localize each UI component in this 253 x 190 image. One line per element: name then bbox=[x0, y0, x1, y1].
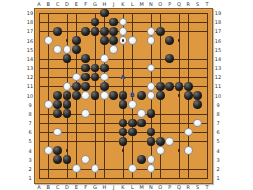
black-stone-E10[interactable] bbox=[72, 91, 81, 100]
intersection-Q19[interactable] bbox=[174, 8, 183, 17]
black-stone-N8[interactable] bbox=[147, 109, 156, 118]
intersection-Q10[interactable] bbox=[174, 91, 183, 100]
intersection-J2[interactable] bbox=[109, 164, 118, 173]
intersection-A4[interactable] bbox=[34, 146, 43, 155]
black-stone-J10[interactable] bbox=[109, 91, 118, 100]
intersection-A10[interactable] bbox=[34, 91, 43, 100]
intersection-E2[interactable] bbox=[72, 164, 81, 173]
intersection-N14[interactable] bbox=[146, 54, 155, 63]
white-stone-R4[interactable] bbox=[184, 146, 193, 155]
white-stone-D11[interactable] bbox=[63, 82, 72, 91]
intersection-D2[interactable] bbox=[62, 164, 71, 173]
intersection-H10[interactable] bbox=[100, 91, 109, 100]
intersection-B18[interactable] bbox=[44, 18, 53, 27]
white-stone-D15[interactable] bbox=[63, 45, 72, 54]
intersection-P19[interactable] bbox=[165, 8, 174, 17]
intersection-F19[interactable] bbox=[81, 8, 90, 17]
intersection-M1[interactable] bbox=[137, 173, 146, 182]
intersection-F8[interactable] bbox=[81, 109, 90, 118]
intersection-B11[interactable] bbox=[44, 82, 53, 91]
intersection-R7[interactable] bbox=[184, 118, 193, 127]
intersection-A13[interactable] bbox=[34, 63, 43, 72]
intersection-A11[interactable] bbox=[34, 82, 43, 91]
white-stone-C15[interactable] bbox=[53, 45, 62, 54]
black-stone-C8[interactable] bbox=[53, 109, 62, 118]
intersection-D13[interactable] bbox=[62, 63, 71, 72]
intersection-M17[interactable] bbox=[137, 27, 146, 36]
intersection-G8[interactable] bbox=[90, 109, 99, 118]
intersection-L10[interactable]: B bbox=[128, 91, 137, 100]
white-stone-H10[interactable] bbox=[100, 91, 109, 100]
black-stone-O11[interactable] bbox=[156, 82, 165, 91]
white-stone-N10[interactable] bbox=[147, 91, 156, 100]
intersection-O12[interactable] bbox=[156, 72, 165, 81]
intersection-O17[interactable] bbox=[156, 27, 165, 36]
intersection-Q1[interactable] bbox=[174, 173, 183, 182]
intersection-H15[interactable] bbox=[100, 45, 109, 54]
black-stone-K5[interactable] bbox=[119, 137, 128, 146]
intersection-O2[interactable] bbox=[156, 164, 165, 173]
intersection-C5[interactable] bbox=[53, 137, 62, 146]
black-stone-S9[interactable] bbox=[193, 100, 202, 109]
intersection-D12[interactable] bbox=[62, 72, 71, 81]
intersection-N2[interactable] bbox=[146, 164, 155, 173]
intersection-C19[interactable] bbox=[53, 8, 62, 17]
intersection-P14[interactable] bbox=[165, 54, 174, 63]
intersection-D19[interactable] bbox=[62, 8, 71, 17]
intersection-H16[interactable] bbox=[100, 36, 109, 45]
white-stone-L16[interactable] bbox=[128, 36, 137, 45]
intersection-P12[interactable] bbox=[165, 72, 174, 81]
intersection-H12[interactable] bbox=[100, 72, 109, 81]
white-stone-E2[interactable] bbox=[72, 164, 81, 173]
intersection-M4[interactable] bbox=[137, 146, 146, 155]
intersection-R14[interactable] bbox=[184, 54, 193, 63]
intersection-M16[interactable] bbox=[137, 36, 146, 45]
intersection-A14[interactable] bbox=[34, 54, 43, 63]
intersection-L5[interactable] bbox=[128, 137, 137, 146]
intersection-E14[interactable] bbox=[72, 54, 81, 63]
intersection-D7[interactable] bbox=[62, 118, 71, 127]
intersection-H13[interactable] bbox=[100, 63, 109, 72]
intersection-A16[interactable] bbox=[34, 36, 43, 45]
intersection-P10[interactable] bbox=[165, 91, 174, 100]
intersection-C15[interactable] bbox=[53, 45, 62, 54]
intersection-N16[interactable] bbox=[146, 36, 155, 45]
intersection-G16[interactable] bbox=[90, 36, 99, 45]
intersection-C9[interactable] bbox=[53, 100, 62, 109]
black-stone-H13[interactable] bbox=[100, 64, 109, 73]
intersection-E6[interactable] bbox=[72, 127, 81, 136]
intersection-T16[interactable] bbox=[202, 36, 211, 45]
intersection-S16[interactable] bbox=[193, 36, 202, 45]
intersection-C14[interactable] bbox=[53, 54, 62, 63]
intersection-D14[interactable] bbox=[62, 54, 71, 63]
intersection-B6[interactable] bbox=[44, 127, 53, 136]
black-stone-D8[interactable] bbox=[63, 109, 72, 118]
intersection-N12[interactable] bbox=[146, 72, 155, 81]
intersection-T2[interactable] bbox=[202, 164, 211, 173]
intersection-L2[interactable] bbox=[128, 164, 137, 173]
intersection-L19[interactable] bbox=[128, 8, 137, 17]
intersection-G14[interactable] bbox=[90, 54, 99, 63]
intersection-T10[interactable] bbox=[202, 91, 211, 100]
black-stone-H19[interactable] bbox=[100, 9, 109, 18]
intersection-N10[interactable] bbox=[146, 91, 155, 100]
intersection-P7[interactable] bbox=[165, 118, 174, 127]
intersection-F6[interactable] bbox=[81, 127, 90, 136]
white-stone-K17[interactable] bbox=[119, 27, 128, 36]
intersection-H11[interactable] bbox=[100, 82, 109, 91]
black-stone-P11[interactable] bbox=[165, 82, 174, 91]
intersection-T19[interactable] bbox=[202, 8, 211, 17]
intersection-D6[interactable] bbox=[62, 127, 71, 136]
intersection-P11[interactable] bbox=[165, 82, 174, 91]
intersection-G19[interactable] bbox=[90, 8, 99, 17]
black-stone-E16[interactable] bbox=[72, 36, 81, 45]
intersection-F10[interactable] bbox=[81, 91, 90, 100]
white-stone-F8[interactable] bbox=[81, 109, 90, 118]
intersection-A8[interactable] bbox=[34, 109, 43, 118]
intersection-H18[interactable] bbox=[100, 18, 109, 27]
intersection-P9[interactable] bbox=[165, 100, 174, 109]
intersection-D18[interactable] bbox=[62, 18, 71, 27]
intersection-J17[interactable] bbox=[109, 27, 118, 36]
intersection-M10[interactable] bbox=[137, 91, 146, 100]
intersection-Q18[interactable] bbox=[174, 18, 183, 27]
intersection-F17[interactable] bbox=[81, 27, 90, 36]
intersection-P3[interactable] bbox=[165, 155, 174, 164]
intersection-P1[interactable] bbox=[165, 173, 174, 182]
intersection-P16[interactable] bbox=[165, 36, 174, 45]
intersection-G10[interactable] bbox=[90, 91, 99, 100]
intersection-S4[interactable] bbox=[193, 146, 202, 155]
white-stone-B16[interactable] bbox=[44, 36, 53, 45]
intersection-P13[interactable] bbox=[165, 63, 174, 72]
intersection-S12[interactable] bbox=[193, 72, 202, 81]
intersection-L13[interactable] bbox=[128, 63, 137, 72]
intersection-S17[interactable] bbox=[193, 27, 202, 36]
intersection-P15[interactable] bbox=[165, 45, 174, 54]
intersection-G3[interactable] bbox=[90, 155, 99, 164]
intersection-J7[interactable] bbox=[109, 118, 118, 127]
intersection-S1[interactable] bbox=[193, 173, 202, 182]
intersection-O10[interactable] bbox=[156, 91, 165, 100]
intersection-T18[interactable] bbox=[202, 18, 211, 27]
intersection-N13[interactable] bbox=[146, 63, 155, 72]
intersection-O16[interactable] bbox=[156, 36, 165, 45]
intersection-R17[interactable] bbox=[184, 27, 193, 36]
intersection-N19[interactable] bbox=[146, 8, 155, 17]
intersection-J11[interactable] bbox=[109, 82, 118, 91]
intersection-H19[interactable] bbox=[100, 8, 109, 17]
intersection-T6[interactable] bbox=[202, 127, 211, 136]
intersection-S14[interactable] bbox=[193, 54, 202, 63]
intersection-F16[interactable] bbox=[81, 36, 90, 45]
black-stone-K7[interactable] bbox=[119, 119, 128, 128]
intersection-G13[interactable] bbox=[90, 63, 99, 72]
intersection-C7[interactable] bbox=[53, 118, 62, 127]
intersection-N6[interactable] bbox=[146, 127, 155, 136]
intersection-T7[interactable] bbox=[202, 118, 211, 127]
black-stone-G13[interactable] bbox=[91, 64, 100, 73]
intersection-C12[interactable] bbox=[53, 72, 62, 81]
intersection-C11[interactable] bbox=[53, 82, 62, 91]
intersection-N17[interactable] bbox=[146, 27, 155, 36]
intersection-B3[interactable] bbox=[44, 155, 53, 164]
intersection-A17[interactable] bbox=[34, 27, 43, 36]
intersection-S9[interactable] bbox=[193, 100, 202, 109]
intersection-H5[interactable] bbox=[100, 137, 109, 146]
intersection-J9[interactable] bbox=[109, 100, 118, 109]
white-stone-G2[interactable] bbox=[91, 164, 100, 173]
white-stone-N2[interactable] bbox=[147, 164, 156, 173]
intersection-E11[interactable] bbox=[72, 82, 81, 91]
intersection-E7[interactable] bbox=[72, 118, 81, 127]
intersection-P6[interactable] bbox=[165, 127, 174, 136]
intersection-Q15[interactable] bbox=[174, 45, 183, 54]
intersection-M18[interactable] bbox=[137, 18, 146, 27]
intersection-A19[interactable] bbox=[34, 8, 43, 17]
intersection-C6[interactable] bbox=[53, 127, 62, 136]
intersection-R1[interactable] bbox=[184, 173, 193, 182]
intersection-A12[interactable] bbox=[34, 72, 43, 81]
intersection-G18[interactable] bbox=[90, 18, 99, 27]
intersection-N8[interactable] bbox=[146, 109, 155, 118]
intersection-J12[interactable] bbox=[109, 72, 118, 81]
intersection-P18[interactable] bbox=[165, 18, 174, 27]
intersection-L7[interactable] bbox=[128, 118, 137, 127]
intersection-F15[interactable] bbox=[81, 45, 90, 54]
intersection-K5[interactable] bbox=[118, 137, 127, 146]
intersection-O18[interactable] bbox=[156, 18, 165, 27]
white-stone-L2[interactable] bbox=[128, 164, 137, 173]
intersection-A7[interactable] bbox=[34, 118, 43, 127]
black-stone-O10[interactable] bbox=[156, 91, 165, 100]
intersection-K1[interactable] bbox=[118, 173, 127, 182]
white-stone-K18[interactable] bbox=[119, 18, 128, 27]
intersection-K3[interactable] bbox=[118, 155, 127, 164]
intersection-B4[interactable] bbox=[44, 146, 53, 155]
black-stone-L6[interactable] bbox=[128, 128, 137, 137]
intersection-L1[interactable] bbox=[128, 173, 137, 182]
intersection-R18[interactable] bbox=[184, 18, 193, 27]
intersection-L11[interactable] bbox=[128, 82, 137, 91]
intersection-G6[interactable] bbox=[90, 127, 99, 136]
intersection-Q8[interactable] bbox=[174, 109, 183, 118]
intersection-G5[interactable] bbox=[90, 137, 99, 146]
intersection-M9[interactable] bbox=[137, 100, 146, 109]
intersection-B12[interactable] bbox=[44, 72, 53, 81]
intersection-Q7[interactable] bbox=[174, 118, 183, 127]
intersection-T3[interactable] bbox=[202, 155, 211, 164]
intersection-J3[interactable] bbox=[109, 155, 118, 164]
black-stone-D9[interactable] bbox=[63, 100, 72, 109]
intersection-O7[interactable] bbox=[156, 118, 165, 127]
intersection-J8[interactable] bbox=[109, 109, 118, 118]
intersection-A15[interactable] bbox=[34, 45, 43, 54]
white-stone-N13[interactable] bbox=[147, 64, 156, 73]
intersection-L4[interactable] bbox=[128, 146, 137, 155]
white-stone-N3[interactable] bbox=[147, 155, 156, 164]
intersection-D3[interactable] bbox=[62, 155, 71, 164]
intersection-G4[interactable] bbox=[90, 146, 99, 155]
intersection-R11[interactable] bbox=[184, 82, 193, 91]
intersection-H7[interactable] bbox=[100, 118, 109, 127]
black-stone-F13[interactable] bbox=[81, 64, 90, 73]
intersection-C8[interactable] bbox=[53, 109, 62, 118]
black-stone-J17[interactable] bbox=[109, 27, 118, 36]
intersection-Q17[interactable] bbox=[174, 27, 183, 36]
intersection-B8[interactable] bbox=[44, 109, 53, 118]
black-stone-G17[interactable] bbox=[91, 27, 100, 36]
intersection-S11[interactable] bbox=[193, 82, 202, 91]
intersection-L3[interactable] bbox=[128, 155, 137, 164]
intersection-R4[interactable] bbox=[184, 146, 193, 155]
intersection-C1[interactable] bbox=[53, 173, 62, 182]
intersection-F2[interactable] bbox=[81, 164, 90, 173]
intersection-N1[interactable] bbox=[146, 173, 155, 182]
intersection-G9[interactable] bbox=[90, 100, 99, 109]
black-stone-M7[interactable] bbox=[137, 119, 146, 128]
white-stone-E12[interactable] bbox=[72, 73, 81, 82]
intersection-D4[interactable] bbox=[62, 146, 71, 155]
white-stone-J15[interactable] bbox=[109, 45, 118, 54]
intersection-E3[interactable] bbox=[72, 155, 81, 164]
intersection-E16[interactable] bbox=[72, 36, 81, 45]
intersection-S7[interactable] bbox=[193, 118, 202, 127]
intersection-A1[interactable] bbox=[34, 173, 43, 182]
intersection-E5[interactable] bbox=[72, 137, 81, 146]
intersection-T14[interactable] bbox=[202, 54, 211, 63]
intersection-J1[interactable] bbox=[109, 173, 118, 182]
intersection-H1[interactable] bbox=[100, 173, 109, 182]
intersection-A2[interactable] bbox=[34, 164, 43, 173]
black-stone-H16[interactable] bbox=[100, 36, 109, 45]
intersection-S5[interactable] bbox=[193, 137, 202, 146]
intersection-E8[interactable] bbox=[72, 109, 81, 118]
intersection-P4[interactable] bbox=[165, 146, 174, 155]
intersection-R2[interactable] bbox=[184, 164, 193, 173]
white-stone-H14[interactable] bbox=[100, 54, 109, 63]
intersection-D8[interactable] bbox=[62, 109, 71, 118]
intersection-R15[interactable] bbox=[184, 45, 193, 54]
intersection-N3[interactable] bbox=[146, 155, 155, 164]
intersection-D1[interactable] bbox=[62, 173, 71, 182]
intersection-B14[interactable] bbox=[44, 54, 53, 63]
intersection-M3[interactable] bbox=[137, 155, 146, 164]
intersection-G11[interactable] bbox=[90, 82, 99, 91]
black-stone-P16[interactable] bbox=[165, 36, 174, 45]
intersection-B9[interactable] bbox=[44, 100, 53, 109]
intersection-J6[interactable] bbox=[109, 127, 118, 136]
intersection-T1[interactable] bbox=[202, 173, 211, 182]
intersection-S2[interactable] bbox=[193, 164, 202, 173]
white-stone-N16[interactable] bbox=[147, 36, 156, 45]
intersection-O4[interactable] bbox=[156, 146, 165, 155]
intersection-R10[interactable] bbox=[184, 91, 193, 100]
intersection-K10[interactable] bbox=[118, 91, 127, 100]
intersection-A9[interactable] bbox=[34, 100, 43, 109]
intersection-Q5[interactable] bbox=[174, 137, 183, 146]
intersection-T5[interactable] bbox=[202, 137, 211, 146]
black-stone-F17[interactable] bbox=[81, 27, 90, 36]
intersection-S19[interactable] bbox=[193, 8, 202, 17]
intersection-F18[interactable] bbox=[81, 18, 90, 27]
intersection-J5[interactable] bbox=[109, 137, 118, 146]
intersection-K19[interactable] bbox=[118, 8, 127, 17]
black-stone-N5[interactable] bbox=[147, 137, 156, 146]
intersection-T11[interactable] bbox=[202, 82, 211, 91]
intersection-O19[interactable] bbox=[156, 8, 165, 17]
intersection-K2[interactable] bbox=[118, 164, 127, 173]
intersection-E1[interactable] bbox=[72, 173, 81, 182]
black-stone-G10[interactable] bbox=[91, 91, 100, 100]
intersection-F13[interactable] bbox=[81, 63, 90, 72]
intersection-R13[interactable] bbox=[184, 63, 193, 72]
black-stone-G18[interactable] bbox=[91, 18, 100, 27]
intersection-P8[interactable] bbox=[165, 109, 174, 118]
intersection-A18[interactable] bbox=[34, 18, 43, 27]
intersection-N5[interactable] bbox=[146, 137, 155, 146]
intersection-O13[interactable] bbox=[156, 63, 165, 72]
intersection-G7[interactable] bbox=[90, 118, 99, 127]
intersection-B17[interactable] bbox=[44, 27, 53, 36]
black-stone-C10[interactable] bbox=[53, 91, 62, 100]
intersection-K15[interactable] bbox=[118, 45, 127, 54]
intersection-S6[interactable] bbox=[193, 127, 202, 136]
intersection-L12[interactable] bbox=[128, 72, 137, 81]
intersection-M5[interactable] bbox=[137, 137, 146, 146]
intersection-M15[interactable] bbox=[137, 45, 146, 54]
intersection-J15[interactable] bbox=[109, 45, 118, 54]
black-stone-P14[interactable] bbox=[165, 54, 174, 63]
black-stone-C3[interactable] bbox=[53, 155, 62, 164]
intersection-E18[interactable] bbox=[72, 18, 81, 27]
intersection-L8[interactable] bbox=[128, 109, 137, 118]
intersection-C13[interactable] bbox=[53, 63, 62, 72]
intersection-K13[interactable] bbox=[118, 63, 127, 72]
black-stone-E15[interactable] bbox=[72, 45, 81, 54]
intersection-O6[interactable] bbox=[156, 127, 165, 136]
intersection-Q11[interactable] bbox=[174, 82, 183, 91]
intersection-K18[interactable] bbox=[118, 18, 127, 27]
black-stone-M3[interactable] bbox=[137, 155, 146, 164]
intersection-Q16[interactable] bbox=[174, 36, 183, 45]
intersection-L16[interactable] bbox=[128, 36, 137, 45]
white-stone-F3[interactable] bbox=[81, 155, 90, 164]
intersection-M19[interactable] bbox=[137, 8, 146, 17]
intersection-B13[interactable] bbox=[44, 63, 53, 72]
intersection-N9[interactable] bbox=[146, 100, 155, 109]
intersection-Q13[interactable] bbox=[174, 63, 183, 72]
intersection-O14[interactable] bbox=[156, 54, 165, 63]
intersection-S18[interactable] bbox=[193, 18, 202, 27]
black-stone-K9[interactable] bbox=[119, 100, 128, 109]
intersection-E17[interactable] bbox=[72, 27, 81, 36]
intersection-G1[interactable] bbox=[90, 173, 99, 182]
intersection-C18[interactable] bbox=[53, 18, 62, 27]
intersection-E15[interactable] bbox=[72, 45, 81, 54]
black-stone-S10[interactable] bbox=[193, 91, 202, 100]
intersection-F9[interactable] bbox=[81, 100, 90, 109]
white-stone-P5[interactable] bbox=[165, 137, 174, 146]
intersection-K11[interactable] bbox=[118, 82, 127, 91]
black-stone-R11[interactable] bbox=[184, 82, 193, 91]
intersection-T13[interactable] bbox=[202, 63, 211, 72]
intersection-D16[interactable] bbox=[62, 36, 71, 45]
intersection-M14[interactable] bbox=[137, 54, 146, 63]
